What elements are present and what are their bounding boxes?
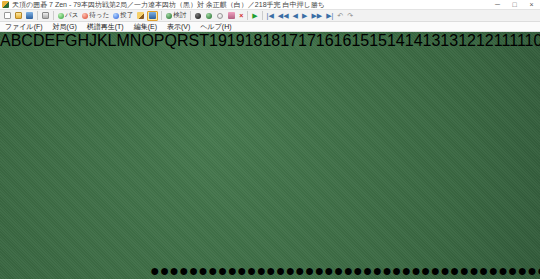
rotate-left-button[interactable]: ↶	[336, 11, 344, 21]
row-label-right-13: 13	[440, 32, 458, 49]
nav-last-button[interactable]: ▶|	[325, 11, 334, 21]
white-stone-K15: ●	[363, 262, 373, 279]
menu-help[interactable]: ヘルプ(H)	[195, 22, 236, 32]
black-stone-H15: ●	[343, 262, 353, 279]
col-label-H: H	[77, 32, 89, 49]
titlebar: 天頂の囲碁 7 Zen - 79本因坊戦第2局／一力遼本因坊（黒）対 余正麒（白…	[0, 0, 540, 10]
black-stone-D17: ●	[189, 262, 199, 279]
play-field: ●●●●●●●●●●●●●●●●●●●●●●●●●●●●●●●●●●●●●●●●…	[0, 32, 540, 279]
white-stone-D14: ●	[382, 262, 392, 279]
open-file-button[interactable]	[14, 11, 23, 21]
white-stone-K16: ●	[285, 262, 295, 279]
white-stone-P17: ●	[247, 262, 257, 279]
window-controls: ─ □ ×	[489, 0, 540, 10]
black-stone-R16: ●	[314, 262, 324, 279]
black-stone-C15: ●	[324, 262, 334, 279]
col-label-B: B	[11, 32, 22, 49]
nav-back-button[interactable]: ◀	[292, 11, 299, 21]
green-stone-tool-button[interactable]	[205, 11, 214, 21]
col-label-K: K	[97, 32, 108, 49]
white-stone-D13: ●	[469, 262, 479, 279]
minimize-button[interactable]: ─	[489, 0, 506, 10]
maximize-button[interactable]: □	[506, 0, 523, 10]
open-folder-icon	[15, 12, 22, 19]
rotate-right-button[interactable]: ↷	[346, 11, 354, 21]
white-stone-C13: ●	[460, 262, 470, 279]
review-button[interactable]: 検討	[165, 11, 187, 21]
black-stone-K13: ●	[498, 262, 508, 279]
pen-icon	[137, 12, 144, 19]
green-stone-icon	[206, 13, 212, 19]
row-label-left-13: 13	[423, 32, 441, 49]
black-stone-J13: ●	[489, 262, 499, 279]
eraser-button[interactable]	[227, 11, 236, 21]
black-stone-H18: ●	[169, 262, 179, 279]
nav-first-button[interactable]: |◀	[266, 11, 275, 21]
black-stone-H17: ●	[218, 262, 228, 279]
delete-icon: ×	[239, 11, 243, 21]
toolbar-separator	[161, 11, 162, 20]
black-stone-J16: ●	[276, 262, 286, 279]
menu-game[interactable]: 対局(G)	[48, 22, 82, 32]
nav-first-icon: |◀	[267, 11, 274, 21]
white-stone-G18: ●	[160, 262, 170, 279]
print-icon	[42, 12, 49, 19]
black-stone-R14: ●	[450, 262, 460, 279]
row-label-left-10: 10	[525, 32, 540, 49]
black-stone-J19: ●	[150, 262, 160, 279]
rotate-left-icon: ↶	[337, 11, 343, 21]
menu-file[interactable]: ファイル(F)	[0, 22, 48, 32]
undo-move-button[interactable]: 待った	[81, 11, 110, 21]
black-stone-icon	[195, 13, 201, 19]
toolbar-separator	[262, 11, 263, 20]
white-stone-D12: ●	[527, 262, 537, 279]
print-button[interactable]	[41, 11, 50, 21]
black-stone-M13: ●	[518, 262, 528, 279]
review-label: 検討	[173, 11, 186, 20]
black-stone-C14: ●	[372, 262, 382, 279]
black-stone-D16: ●	[266, 262, 276, 279]
pass-button[interactable]: パス	[57, 11, 79, 21]
save-button[interactable]	[25, 11, 34, 21]
toolbar-separator	[37, 11, 38, 20]
new-file-icon	[4, 12, 11, 19]
col-label-L: L	[108, 32, 117, 49]
black-stone-K18: ●	[179, 262, 189, 279]
review-icon	[166, 13, 172, 19]
toolbar: パス 待った 投了 検討 × ▶ |◀ ◀◀ ◀ ▶ ▶▶ ▶| ↶ ↷	[0, 10, 540, 22]
col-label-D: D	[33, 32, 45, 49]
white-stone-L17: ●	[237, 262, 247, 279]
white-stone-P16: ●	[305, 262, 315, 279]
go-board[interactable]: ●●●●●●●●●●●●●●●●●●●●●●●●●●●●●●●●●●●●●●●●…	[150, 39, 390, 274]
rotate-right-icon: ↷	[347, 11, 353, 21]
new-file-button[interactable]	[3, 11, 12, 21]
menubar: ファイル(F) 対局(G) 棋譜再生(T) 編集(E) 表示(V) ヘルプ(H)	[0, 22, 540, 32]
delete-button[interactable]: ×	[238, 11, 244, 21]
col-label-F: F	[55, 32, 65, 49]
nav-back10-icon: ◀◀	[278, 11, 289, 21]
col-label-J: J	[89, 32, 97, 49]
nav-forward-button[interactable]: ▶	[301, 11, 308, 21]
black-stone-Q17: ●	[256, 262, 266, 279]
menu-view[interactable]: 表示(V)	[162, 22, 195, 32]
nav-forward10-icon: ▶▶	[311, 11, 322, 21]
toolbar-separator	[53, 11, 54, 20]
window-title: 天頂の囲碁 7 Zen - 79本因坊戦第2局／一力遼本因坊（黒）対 余正麒（白…	[12, 0, 489, 10]
pass-label: パス	[65, 11, 78, 20]
save-icon	[26, 12, 33, 19]
app-window: 天頂の囲碁 7 Zen - 79本因坊戦第2局／一力遼本因坊（黒）対 余正麒（白…	[0, 0, 540, 279]
black-stone-G14: ●	[401, 262, 411, 279]
nav-back10-button[interactable]: ◀◀	[277, 11, 290, 21]
white-stone-icon	[217, 13, 223, 19]
play-icon: ▶	[252, 11, 257, 21]
eraser-icon	[228, 12, 235, 19]
white-stone-L16: ●	[295, 262, 305, 279]
board-toggle-button[interactable]	[147, 11, 158, 21]
white-stone-E17: ●	[198, 262, 208, 279]
nav-forward-icon: ▶	[302, 11, 307, 21]
resign-button[interactable]: 投了	[112, 11, 134, 21]
col-label-A: A	[0, 32, 11, 49]
col-label-E: E	[44, 32, 55, 49]
white-stone-M14: ●	[440, 262, 450, 279]
pen-button[interactable]	[136, 11, 145, 21]
resign-label: 投了	[120, 11, 133, 20]
resign-icon	[113, 13, 119, 19]
pass-icon	[58, 13, 64, 19]
undo-move-label: 待った	[89, 11, 109, 20]
board-panel-icon	[149, 12, 156, 19]
white-stone-G17: ●	[208, 262, 218, 279]
black-stone-J15: ●	[353, 262, 363, 279]
row-label-left-12: 12	[458, 32, 476, 49]
menu-replay[interactable]: 棋譜再生(T)	[82, 22, 129, 32]
close-button[interactable]: ×	[523, 0, 540, 10]
white-stone-F15: ●	[334, 262, 344, 279]
nav-last-icon: ▶|	[326, 11, 333, 21]
play-button[interactable]: ▶	[251, 11, 258, 21]
toolbar-separator	[190, 11, 191, 20]
menu-edit[interactable]: 編集(E)	[129, 22, 162, 32]
black-stone-tool-button[interactable]	[194, 11, 203, 21]
nav-back-icon: ◀	[293, 11, 298, 21]
row-label-right-11: 11	[509, 32, 524, 49]
col-label-N: N	[130, 32, 142, 49]
app-icon	[2, 1, 9, 8]
row-label-right-14: 14	[405, 32, 423, 49]
toolbar-separator	[247, 11, 248, 20]
row-label-right-12: 12	[476, 32, 494, 49]
white-stone-L14: ●	[430, 262, 440, 279]
col-label-G: G	[65, 32, 77, 49]
black-stone-H14: ●	[411, 262, 421, 279]
row-label-left-11: 11	[494, 32, 509, 49]
grid-lines	[150, 39, 373, 262]
black-stone-E13: ●	[479, 262, 489, 279]
black-stone-K17: ●	[227, 262, 237, 279]
col-label-M: M	[117, 32, 130, 49]
white-stone-tool-button[interactable]	[216, 11, 225, 21]
black-stone-L13: ●	[508, 262, 518, 279]
nav-forward10-button[interactable]: ▶▶	[310, 11, 323, 21]
col-label-C: C	[21, 32, 33, 49]
undo-move-icon	[82, 13, 88, 19]
